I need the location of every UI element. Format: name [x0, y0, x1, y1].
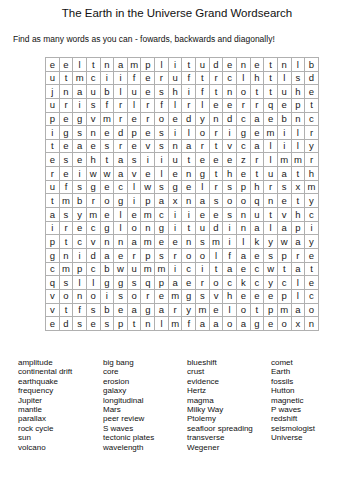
grid-cell-r5c16: a [251, 113, 265, 127]
grid-cell-r12c13: e [210, 208, 224, 222]
grid-cell-r11c10: x [169, 194, 183, 208]
grid-cell-r8c19: m [292, 153, 306, 167]
grid-cell-r6c5: e [101, 126, 115, 140]
grid-cell-r11c12: a [196, 194, 210, 208]
word-list-column-3: blueshiftcrustevidenceHertzmagmaMilky Wa… [187, 358, 271, 452]
grid-cell-r15c12: o [196, 249, 210, 263]
grid-cell-r7c13: t [210, 140, 224, 154]
grid-cell-r1c5: n [101, 58, 115, 72]
word-list-column-1: amplitudecontinental driftearthquakefreq… [18, 358, 103, 452]
grid-cell-r18c10: m [169, 290, 183, 304]
grid-cell-r16c11: c [182, 263, 196, 277]
page-title: The Earth in the Universe Grand Wordsear… [0, 7, 354, 19]
grid-cell-r18c20: c [305, 290, 319, 304]
grid-cell-r19c6: e [114, 304, 128, 318]
grid-cell-r19c14: l [223, 304, 237, 318]
word-list-item: Hertz [187, 386, 271, 395]
grid-cell-r17c17: y [264, 276, 278, 290]
word-list-item: peer review [103, 414, 187, 423]
grid-cell-r20c6: p [114, 317, 128, 331]
grid-cell-r8c14: e [223, 153, 237, 167]
grid-cell-r14c18: w [278, 235, 292, 249]
word-list-item: Wegener [187, 443, 271, 452]
grid-cell-r12c20: c [305, 208, 319, 222]
grid-cell-r18c19: l [292, 290, 306, 304]
word-list-item: erosion [103, 377, 187, 386]
grid-cell-r16c10: i [169, 263, 183, 277]
grid-cell-r5c10: e [169, 113, 183, 127]
grid-cell-r5c17: e [264, 113, 278, 127]
grid-cell-r6c7: p [128, 126, 142, 140]
grid-cell-r8c18: m [278, 153, 292, 167]
grid-cell-r11c16: q [251, 194, 265, 208]
grid-cell-r20c2: d [60, 317, 74, 331]
grid-cell-r13c17: l [264, 222, 278, 236]
grid-cell-r1c7: m [128, 58, 142, 72]
grid-cell-r19c19: a [292, 304, 306, 318]
grid-cell-r2c10: u [169, 72, 183, 86]
grid-cell-r6c6: d [114, 126, 128, 140]
word-list-item: redshift [271, 414, 338, 423]
grid-cell-r13c14: i [223, 222, 237, 236]
word-list-column-4: cometEarthfossilsHuttonmagneticP wavesre… [271, 358, 338, 452]
grid-cell-r15c1: g [46, 249, 60, 263]
grid-cell-r11c3: b [73, 194, 87, 208]
grid-cell-r13c13: d [210, 222, 224, 236]
grid-cell-r13c3: e [73, 222, 87, 236]
grid-cell-r1c2: e [60, 58, 74, 72]
grid-cell-r5c15: c [237, 113, 251, 127]
grid-cell-r17c8: q [141, 276, 155, 290]
grid-cell-r20c4: e [87, 317, 101, 331]
grid-cell-r9c17: u [264, 167, 278, 181]
grid-cell-r9c16: t [251, 167, 265, 181]
grid-cell-r14c14: i [223, 235, 237, 249]
grid-cell-r6c9: s [155, 126, 169, 140]
grid-cell-r11c6: g [114, 194, 128, 208]
grid-cell-r7c12: r [196, 140, 210, 154]
grid-cell-r14c15: l [237, 235, 251, 249]
grid-cell-r11c4: r [87, 194, 101, 208]
grid-cell-r12c17: t [264, 208, 278, 222]
grid-cell-r8c4: h [87, 153, 101, 167]
grid-cell-r4c15: r [237, 99, 251, 113]
grid-cell-r18c16: e [251, 290, 265, 304]
grid-cell-r9c5: w [101, 167, 115, 181]
grid-cell-r19c4: s [87, 304, 101, 318]
grid-cell-r5c3: g [73, 113, 87, 127]
grid-cell-r16c9: m [155, 263, 169, 277]
word-list-column-2: big bangcoreerosiongalaxylongitudinalMar… [103, 358, 187, 452]
grid-cell-r4c14: e [223, 99, 237, 113]
grid-cell-r19c13: e [210, 304, 224, 318]
grid-cell-r9c20: h [305, 167, 319, 181]
grid-cell-r19c12: m [196, 304, 210, 318]
grid-cell-r1c20: b [305, 58, 319, 72]
grid-cell-r9c4: w [87, 167, 101, 181]
grid-cell-r15c10: r [169, 249, 183, 263]
grid-cell-r3c18: u [278, 85, 292, 99]
grid-cell-r4c11: r [182, 99, 196, 113]
grid-cell-r18c13: v [210, 290, 224, 304]
grid-cell-r14c9: e [155, 235, 169, 249]
word-list-item: crust [187, 367, 271, 376]
grid-cell-r18c5: i [101, 290, 115, 304]
grid-cell-r18c18: p [278, 290, 292, 304]
word-list-item: blueshift [187, 358, 271, 367]
grid-cell-r1c17: t [264, 58, 278, 72]
word-list-item: S waves [103, 424, 187, 433]
grid-cell-r6c13: r [210, 126, 224, 140]
grid-cell-r10c20: m [305, 181, 319, 195]
grid-cell-r2c7: f [128, 72, 142, 86]
grid-cell-r20c7: t [128, 317, 142, 331]
grid-cell-r10c17: r [264, 181, 278, 195]
grid-cell-r16c3: p [73, 263, 87, 277]
grid-cell-r12c5: e [101, 208, 115, 222]
word-list-item: wavelength [103, 443, 187, 452]
grid-cell-r2c6: i [114, 72, 128, 86]
grid-cell-r18c2: o [60, 290, 74, 304]
grid-cell-r8c11: t [182, 153, 196, 167]
grid-cell-r11c11: n [182, 194, 196, 208]
grid-cell-r8c9: i [155, 153, 169, 167]
grid-cell-r5c8: r [141, 113, 155, 127]
grid-cell-r11c19: t [292, 194, 306, 208]
word-list-item: amplitude [18, 358, 103, 367]
grid-cell-r2c18: l [278, 72, 292, 86]
grid-cell-r15c18: p [278, 249, 292, 263]
word-list-item: Mars [103, 405, 187, 414]
grid-cell-r4c18: e [278, 99, 292, 113]
grid-cell-r8c5: t [101, 153, 115, 167]
word-list-item: longitudinal [103, 396, 187, 405]
grid-cell-r1c12: u [196, 58, 210, 72]
grid-cell-r18c6: s [114, 290, 128, 304]
grid-cell-r1c15: n [237, 58, 251, 72]
grid-cell-r1c10: i [169, 58, 183, 72]
word-list-item: comet [271, 358, 338, 367]
instruction-text: Find as many words as you can - fowards,… [13, 34, 275, 44]
grid-cell-r18c11: g [182, 290, 196, 304]
grid-cell-r3c6: l [114, 85, 128, 99]
grid-cell-r5c5: m [101, 113, 115, 127]
grid-cell-r16c13: t [210, 263, 224, 277]
grid-cell-r16c6: w [114, 263, 128, 277]
grid-cell-r6c16: e [251, 126, 265, 140]
grid-cell-r17c13: o [210, 276, 224, 290]
grid-cell-r11c17: n [264, 194, 278, 208]
grid-cell-r20c10: m [169, 317, 183, 331]
grid-cell-r16c2: m [60, 263, 74, 277]
grid-cell-r18c1: v [46, 290, 60, 304]
grid-cell-r17c19: l [292, 276, 306, 290]
grid-cell-r18c9: e [155, 290, 169, 304]
grid-cell-r10c13: r [210, 181, 224, 195]
grid-cell-r14c17: y [264, 235, 278, 249]
word-list-item: seismologist [271, 424, 338, 433]
grid-cell-r5c14: d [223, 113, 237, 127]
grid-cell-r15c19: r [292, 249, 306, 263]
word-list: amplitudecontinental driftearthquakefreq… [18, 358, 338, 452]
grid-cell-r3c14: n [223, 85, 237, 99]
grid-cell-r15c15: a [237, 249, 251, 263]
grid-cell-r14c6: n [114, 235, 128, 249]
grid-cell-r11c13: s [210, 194, 224, 208]
grid-cell-r11c9: a [155, 194, 169, 208]
grid-cell-r19c1: v [46, 304, 60, 318]
word-list-item: Universe [271, 433, 338, 442]
grid-cell-r17c14: c [223, 276, 237, 290]
grid-cell-r15c8: p [141, 249, 155, 263]
grid-cell-r12c15: n [237, 208, 251, 222]
grid-cell-r11c18: e [278, 194, 292, 208]
grid-cell-r8c16: r [251, 153, 265, 167]
grid-cell-r9c1: r [46, 167, 60, 181]
grid-cell-r19c10: r [169, 304, 183, 318]
grid-cell-r3c15: o [237, 85, 251, 99]
grid-cell-r12c2: s [60, 208, 74, 222]
grid-cell-r5c19: n [292, 113, 306, 127]
grid-cell-r15c17: s [264, 249, 278, 263]
grid-cell-r18c3: n [73, 290, 87, 304]
word-list-item: core [103, 367, 187, 376]
grid-cell-r11c15: o [237, 194, 251, 208]
grid-cell-r15c3: i [73, 249, 87, 263]
grid-cell-r12c12: e [196, 208, 210, 222]
grid-cell-r16c20: t [305, 263, 319, 277]
grid-cell-r12c7: e [128, 208, 142, 222]
grid-cell-r6c8: e [141, 126, 155, 140]
grid-cell-r9c6: a [114, 167, 128, 181]
grid-cell-r17c16: c [251, 276, 265, 290]
grid-cell-r8c1: e [46, 153, 60, 167]
word-list-item: Earth [271, 367, 338, 376]
grid-cell-r7c20: y [305, 140, 319, 154]
grid-cell-r20c12: a [196, 317, 210, 331]
word-list-item: transverse [187, 433, 271, 442]
grid-cell-r3c20: e [305, 85, 319, 99]
grid-cell-r4c19: p [292, 99, 306, 113]
grid-cell-r1c14: e [223, 58, 237, 72]
grid-cell-r4c16: r [251, 99, 265, 113]
grid-cell-r10c5: e [101, 181, 115, 195]
grid-cell-r7c19: l [292, 140, 306, 154]
grid-cell-r12c6: l [114, 208, 128, 222]
grid-cell-r17c10: a [169, 276, 183, 290]
grid-cell-r1c1: e [46, 58, 60, 72]
grid-cell-r12c18: v [278, 208, 292, 222]
grid-cell-r18c17: e [264, 290, 278, 304]
grid-cell-r6c18: i [278, 126, 292, 140]
grid-cell-r14c8: m [141, 235, 155, 249]
grid-cell-r19c20: o [305, 304, 319, 318]
grid-cell-r2c3: m [73, 72, 87, 86]
grid-cell-r20c11: f [182, 317, 196, 331]
grid-cell-r14c10: e [169, 235, 183, 249]
grid-cell-r17c18: c [278, 276, 292, 290]
word-list-item: magnetic [271, 396, 338, 405]
grid-cell-r17c12: r [196, 276, 210, 290]
grid-cell-r20c17: e [264, 317, 278, 331]
grid-cell-r9c8: e [141, 167, 155, 181]
grid-cell-r2c4: c [87, 72, 101, 86]
grid-cell-r4c12: l [196, 99, 210, 113]
grid-cell-r15c6: e [114, 249, 128, 263]
grid-cell-r4c2: r [60, 99, 74, 113]
grid-cell-r9c10: e [169, 167, 183, 181]
grid-cell-r6c14: i [223, 126, 237, 140]
grid-cell-r18c4: o [87, 290, 101, 304]
grid-cell-r17c9: p [155, 276, 169, 290]
grid-cell-r13c1: i [46, 222, 60, 236]
grid-cell-r12c11: i [182, 208, 196, 222]
word-list-item: seafloor spreading [187, 424, 271, 433]
grid-cell-r19c5: b [101, 304, 115, 318]
word-list-item: fossils [271, 377, 338, 386]
grid-cell-r8c13: e [210, 153, 224, 167]
grid-cell-r14c7: a [128, 235, 142, 249]
grid-cell-r2c1: u [46, 72, 60, 86]
grid-cell-r7c16: a [251, 140, 265, 154]
grid-cell-r9c18: a [278, 167, 292, 181]
grid-cell-r4c9: f [155, 99, 169, 113]
grid-cell-r4c20: t [305, 99, 319, 113]
grid-cell-r4c10: l [169, 99, 183, 113]
grid-cell-r15c16: e [251, 249, 265, 263]
grid-cell-r19c3: f [73, 304, 87, 318]
grid-cell-r4c7: l [128, 99, 142, 113]
grid-cell-r5c4: v [87, 113, 101, 127]
grid-cell-r2c12: t [196, 72, 210, 86]
grid-cell-r12c10: i [169, 208, 183, 222]
grid-cell-r7c18: i [278, 140, 292, 154]
grid-cell-r3c19: h [292, 85, 306, 99]
word-list-item: evidence [187, 377, 271, 386]
grid-cell-r20c16: g [251, 317, 265, 331]
grid-cell-r10c6: c [114, 181, 128, 195]
grid-cell-r17c15: k [237, 276, 251, 290]
grid-cell-r13c16: a [251, 222, 265, 236]
grid-cell-r2c5: i [101, 72, 115, 86]
grid-cell-r13c12: u [196, 222, 210, 236]
grid-cell-r13c11: t [182, 222, 196, 236]
grid-cell-r14c2: t [60, 235, 74, 249]
grid-cell-r8c20: r [305, 153, 319, 167]
grid-cell-r7c1: t [46, 140, 60, 154]
grid-cell-r13c10: i [169, 222, 183, 236]
grid-cell-r17c6: g [114, 276, 128, 290]
grid-cell-r18c8: r [141, 290, 155, 304]
grid-cell-r14c1: p [46, 235, 60, 249]
grid-cell-r2c11: f [182, 72, 196, 86]
word-list-item: parallax [18, 414, 103, 423]
word-list-item: tectonic plates [103, 433, 187, 442]
grid-cell-r16c16: c [251, 263, 265, 277]
grid-cell-r9c12: g [196, 167, 210, 181]
grid-cell-r10c11: e [182, 181, 196, 195]
grid-cell-r6c17: m [264, 126, 278, 140]
grid-cell-r16c5: b [101, 263, 115, 277]
grid-cell-r20c20: n [305, 317, 319, 331]
grid-cell-r6c1: i [46, 126, 60, 140]
grid-cell-r13c4: c [87, 222, 101, 236]
grid-cell-r12c19: h [292, 208, 306, 222]
grid-cell-r10c8: w [141, 181, 155, 195]
grid-cell-r6c3: s [73, 126, 87, 140]
grid-cell-r15c13: l [210, 249, 224, 263]
grid-cell-r14c19: a [292, 235, 306, 249]
grid-cell-r5c18: b [278, 113, 292, 127]
grid-cell-r4c1: u [46, 99, 60, 113]
grid-cell-r2c9: r [155, 72, 169, 86]
grid-cell-r6c20: r [305, 126, 319, 140]
grid-cell-r5c7: e [128, 113, 142, 127]
grid-cell-r10c10: g [169, 181, 183, 195]
grid-cell-r7c4: e [87, 140, 101, 154]
grid-cell-r20c1: e [46, 317, 60, 331]
grid-cell-r2c13: r [210, 72, 224, 86]
grid-cell-r5c11: d [182, 113, 196, 127]
grid-cell-r13c9: g [155, 222, 169, 236]
word-list-item: volcano [18, 443, 103, 452]
grid-cell-r7c2: e [60, 140, 74, 154]
grid-cell-r19c7: a [128, 304, 142, 318]
grid-cell-r1c18: n [278, 58, 292, 72]
grid-cell-r11c5: o [101, 194, 115, 208]
word-list-item: big bang [103, 358, 187, 367]
grid-cell-r5c6: r [114, 113, 128, 127]
word-list-item: galaxy [103, 386, 187, 395]
word-list-item: mantle [18, 405, 103, 414]
grid-cell-r16c1: c [46, 263, 60, 277]
grid-cell-r6c10: i [169, 126, 183, 140]
grid-cell-r3c9: s [155, 85, 169, 99]
grid-cell-r9c3: i [73, 167, 87, 181]
grid-cell-r13c2: r [60, 222, 74, 236]
grid-cell-r7c9: s [155, 140, 169, 154]
grid-cell-r1c11: t [182, 58, 196, 72]
grid-cell-r10c7: l [128, 181, 142, 195]
word-list-item: magma [187, 396, 271, 405]
grid-cell-r16c19: a [292, 263, 306, 277]
grid-cell-r20c15: a [237, 317, 251, 331]
grid-cell-r16c18: t [278, 263, 292, 277]
grid-cell-r15c5: a [101, 249, 115, 263]
word-list-item: frequency [18, 386, 103, 395]
grid-cell-r13c15: n [237, 222, 251, 236]
grid-cell-r9c13: t [210, 167, 224, 181]
grid-cell-r16c17: w [264, 263, 278, 277]
grid-cell-r2c16: h [251, 72, 265, 86]
grid-cell-r17c7: s [128, 276, 142, 290]
grid-cell-r15c7: r [128, 249, 142, 263]
grid-cell-r15c9: s [155, 249, 169, 263]
grid-cell-r13c20: i [305, 222, 319, 236]
grid-cell-r8c6: a [114, 153, 128, 167]
grid-cell-r11c7: i [128, 194, 142, 208]
word-list-item: continental drift [18, 367, 103, 376]
grid-cell-r10c2: f [60, 181, 74, 195]
grid-cell-r14c16: k [251, 235, 265, 249]
grid-cell-r11c20: y [305, 194, 319, 208]
grid-cell-r2c15: l [237, 72, 251, 86]
grid-cell-r9c14: h [223, 167, 237, 181]
grid-cell-r2c14: c [223, 72, 237, 86]
grid-cell-r8c10: u [169, 153, 183, 167]
grid-cell-r6c15: g [237, 126, 251, 140]
grid-cell-r7c15: c [237, 140, 251, 154]
